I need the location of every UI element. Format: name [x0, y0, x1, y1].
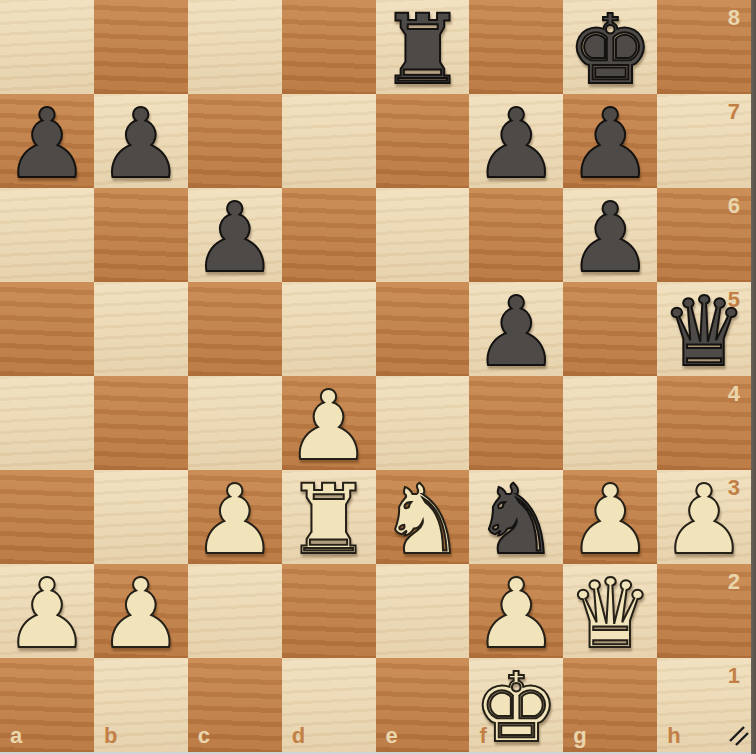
square-b5[interactable]: [94, 282, 188, 376]
square-e6[interactable]: [376, 188, 470, 282]
black-pawn[interactable]: ♟: [469, 97, 563, 191]
square-c2[interactable]: [188, 564, 282, 658]
square-e4[interactable]: [376, 376, 470, 470]
square-f2[interactable]: ♟: [469, 564, 563, 658]
square-h2[interactable]: 2: [657, 564, 751, 658]
square-e1[interactable]: e: [376, 658, 470, 752]
square-h6[interactable]: 6: [657, 188, 751, 282]
black-pawn[interactable]: ♟: [94, 97, 188, 191]
square-g2[interactable]: ♛: [563, 564, 657, 658]
square-a6[interactable]: [0, 188, 94, 282]
square-f6[interactable]: [469, 188, 563, 282]
white-rook[interactable]: ♜: [282, 473, 376, 567]
square-e5[interactable]: [376, 282, 470, 376]
file-label-c: c: [198, 723, 210, 749]
square-a1[interactable]: a: [0, 658, 94, 752]
square-b6[interactable]: [94, 188, 188, 282]
square-g1[interactable]: g: [563, 658, 657, 752]
square-h4[interactable]: 4: [657, 376, 751, 470]
square-g8[interactable]: ♚: [563, 0, 657, 94]
square-f3[interactable]: ♞: [469, 470, 563, 564]
square-a2[interactable]: ♟: [0, 564, 94, 658]
square-b7[interactable]: ♟: [94, 94, 188, 188]
rank-label-8: 8: [728, 5, 740, 31]
black-pawn[interactable]: ♟: [563, 97, 657, 191]
rank-label-2: 2: [728, 569, 740, 595]
chess-app-window: ♜♚8♟♟♟♟7♟♟6♟♛5♟4♟♜♞♞♟♟3♟♟♟♛2abcde♚fg1h: [0, 0, 756, 754]
square-b8[interactable]: [94, 0, 188, 94]
rank-label-3: 3: [728, 475, 740, 501]
square-d2[interactable]: [282, 564, 376, 658]
square-d4[interactable]: ♟: [282, 376, 376, 470]
square-a7[interactable]: ♟: [0, 94, 94, 188]
white-pawn[interactable]: ♟: [94, 567, 188, 661]
square-f8[interactable]: [469, 0, 563, 94]
square-d7[interactable]: [282, 94, 376, 188]
square-d5[interactable]: [282, 282, 376, 376]
square-e8[interactable]: ♜: [376, 0, 470, 94]
square-d6[interactable]: [282, 188, 376, 282]
square-f4[interactable]: [469, 376, 563, 470]
white-queen[interactable]: ♛: [563, 567, 657, 661]
square-f5[interactable]: ♟: [469, 282, 563, 376]
square-g4[interactable]: [563, 376, 657, 470]
square-h7[interactable]: 7: [657, 94, 751, 188]
file-label-b: b: [104, 723, 117, 749]
square-f1[interactable]: ♚f: [469, 658, 563, 752]
white-pawn[interactable]: ♟: [469, 567, 563, 661]
file-label-h: h: [667, 723, 680, 749]
file-label-a: a: [10, 723, 22, 749]
black-pawn[interactable]: ♟: [469, 285, 563, 379]
square-e7[interactable]: [376, 94, 470, 188]
white-pawn[interactable]: ♟: [0, 567, 94, 661]
square-a4[interactable]: [0, 376, 94, 470]
rank-label-1: 1: [728, 663, 740, 689]
square-h3[interactable]: ♟3: [657, 470, 751, 564]
square-d1[interactable]: d: [282, 658, 376, 752]
white-pawn[interactable]: ♟: [282, 379, 376, 473]
square-c7[interactable]: [188, 94, 282, 188]
square-g5[interactable]: [563, 282, 657, 376]
square-e2[interactable]: [376, 564, 470, 658]
file-label-f: f: [479, 723, 486, 749]
square-c8[interactable]: [188, 0, 282, 94]
chess-board: ♜♚8♟♟♟♟7♟♟6♟♛5♟4♟♜♞♞♟♟3♟♟♟♛2abcde♚fg1h: [0, 0, 751, 752]
square-g3[interactable]: ♟: [563, 470, 657, 564]
square-a3[interactable]: [0, 470, 94, 564]
white-knight[interactable]: ♞: [376, 473, 470, 567]
square-h5[interactable]: ♛5: [657, 282, 751, 376]
square-d3[interactable]: ♜: [282, 470, 376, 564]
rank-label-4: 4: [728, 381, 740, 407]
square-c1[interactable]: c: [188, 658, 282, 752]
square-b4[interactable]: [94, 376, 188, 470]
window-edge-right: [751, 0, 756, 754]
square-e3[interactable]: ♞: [376, 470, 470, 564]
square-a5[interactable]: [0, 282, 94, 376]
square-a8[interactable]: [0, 0, 94, 94]
rank-label-6: 6: [728, 193, 740, 219]
square-c5[interactable]: [188, 282, 282, 376]
square-h8[interactable]: 8: [657, 0, 751, 94]
file-label-e: e: [386, 723, 398, 749]
square-c6[interactable]: ♟: [188, 188, 282, 282]
black-rook[interactable]: ♜: [376, 3, 470, 97]
square-b3[interactable]: [94, 470, 188, 564]
black-pawn[interactable]: ♟: [563, 191, 657, 285]
square-c3[interactable]: ♟: [188, 470, 282, 564]
white-pawn[interactable]: ♟: [563, 473, 657, 567]
black-knight[interactable]: ♞: [469, 473, 563, 567]
square-g6[interactable]: ♟: [563, 188, 657, 282]
square-d8[interactable]: [282, 0, 376, 94]
rank-label-7: 7: [728, 99, 740, 125]
black-pawn[interactable]: ♟: [0, 97, 94, 191]
square-g7[interactable]: ♟: [563, 94, 657, 188]
file-label-d: d: [292, 723, 305, 749]
file-label-g: g: [573, 723, 586, 749]
black-pawn[interactable]: ♟: [188, 191, 282, 285]
rank-label-5: 5: [728, 287, 740, 313]
square-c4[interactable]: [188, 376, 282, 470]
black-king[interactable]: ♚: [563, 3, 657, 97]
resize-grip-icon[interactable]: [729, 726, 749, 746]
square-b2[interactable]: ♟: [94, 564, 188, 658]
square-b1[interactable]: b: [94, 658, 188, 752]
square-f7[interactable]: ♟: [469, 94, 563, 188]
white-pawn[interactable]: ♟: [188, 473, 282, 567]
